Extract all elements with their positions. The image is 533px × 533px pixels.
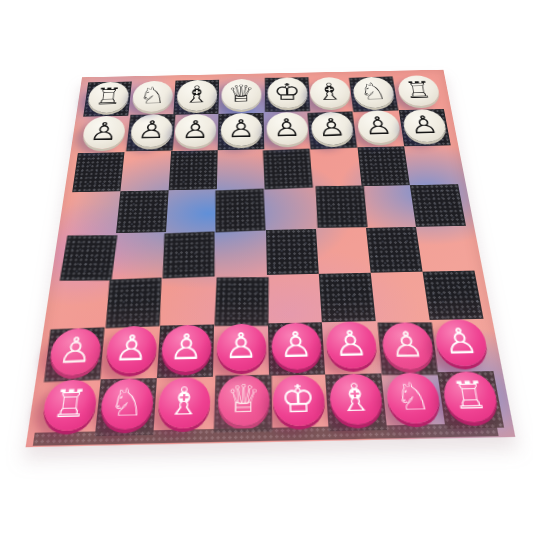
square-g6[interactable] bbox=[358, 146, 410, 186]
pawn-glyph-icon: ♙ bbox=[56, 332, 93, 369]
photo-background: ♖♘♗♕♔♗♘♖♙♙♙♙♙♙♙♙♙♙♙♙♙♙♙♙♖♘♗♕♔♗♘♖ bbox=[0, 0, 533, 533]
rook-glyph-icon: ♖ bbox=[50, 384, 90, 423]
square-h5[interactable] bbox=[410, 184, 466, 227]
piece-white-disc-queen[interactable]: ♕ bbox=[221, 78, 261, 109]
square-d4[interactable] bbox=[215, 230, 267, 276]
square-b8[interactable]: ♘ bbox=[128, 81, 175, 116]
square-e2[interactable]: ♙ bbox=[268, 322, 325, 375]
square-b3[interactable] bbox=[106, 278, 162, 329]
square-d1[interactable]: ♕ bbox=[214, 375, 272, 432]
square-f1[interactable]: ♗ bbox=[325, 373, 387, 431]
square-c6[interactable] bbox=[169, 150, 218, 190]
piece-white-disc-bishop[interactable]: ♗ bbox=[309, 77, 351, 108]
square-e6[interactable] bbox=[263, 149, 313, 190]
square-c8[interactable]: ♗ bbox=[173, 80, 219, 115]
square-e8[interactable]: ♔ bbox=[265, 77, 310, 112]
pawn-glyph-icon: ♙ bbox=[113, 330, 149, 366]
square-b2[interactable]: ♙ bbox=[101, 326, 160, 380]
rook-glyph-icon: ♖ bbox=[93, 84, 123, 108]
pawn-glyph-icon: ♙ bbox=[363, 113, 394, 138]
square-d5[interactable] bbox=[215, 189, 265, 233]
square-a5[interactable] bbox=[66, 191, 120, 234]
bishop-glyph-icon: ♗ bbox=[315, 80, 344, 104]
square-f5[interactable] bbox=[316, 186, 368, 228]
square-d7[interactable]: ♙ bbox=[218, 113, 265, 150]
piece-pink-disc-queen[interactable]: ♕ bbox=[217, 374, 269, 425]
king-glyph-icon: ♔ bbox=[273, 80, 301, 103]
piece-pink-disc-knight[interactable]: ♘ bbox=[384, 372, 442, 424]
square-b1[interactable]: ♘ bbox=[95, 378, 157, 436]
square-c2[interactable]: ♙ bbox=[157, 324, 214, 378]
square-f8[interactable]: ♗ bbox=[306, 77, 353, 112]
piece-pink-disc-bishop[interactable]: ♗ bbox=[157, 376, 211, 428]
square-a6[interactable] bbox=[72, 152, 124, 192]
square-c7[interactable]: ♙ bbox=[171, 114, 218, 151]
square-e7[interactable]: ♙ bbox=[264, 112, 311, 149]
square-d2[interactable]: ♙ bbox=[213, 323, 269, 377]
queen-glyph-icon: ♕ bbox=[225, 379, 260, 418]
square-f2[interactable]: ♙ bbox=[322, 321, 381, 374]
piece-white-disc-knight[interactable]: ♘ bbox=[131, 80, 173, 111]
piece-pink-disc-pawn[interactable]: ♙ bbox=[432, 318, 489, 366]
piece-pink-disc-rook[interactable]: ♖ bbox=[440, 371, 500, 423]
piece-pink-disc-knight[interactable]: ♘ bbox=[98, 378, 154, 430]
piece-white-disc-pawn[interactable]: ♙ bbox=[220, 113, 262, 147]
rook-glyph-icon: ♖ bbox=[449, 376, 490, 415]
piece-pink-disc-pawn[interactable]: ♙ bbox=[271, 322, 322, 370]
pawn-glyph-icon: ♙ bbox=[181, 117, 210, 142]
bishop-glyph-icon: ♗ bbox=[165, 381, 201, 420]
piece-pink-disc-bishop[interactable]: ♗ bbox=[328, 373, 384, 425]
square-c4[interactable] bbox=[163, 231, 215, 278]
pawn-glyph-icon: ♙ bbox=[227, 116, 255, 141]
pawn-glyph-icon: ♙ bbox=[224, 328, 258, 364]
square-c5[interactable] bbox=[166, 189, 217, 232]
piece-pink-disc-rook[interactable]: ♖ bbox=[40, 379, 98, 431]
square-a7[interactable]: ♙ bbox=[78, 116, 128, 153]
square-a1[interactable]: ♖ bbox=[36, 379, 100, 437]
piece-pink-disc-king[interactable]: ♔ bbox=[272, 374, 326, 426]
piece-white-disc-rook[interactable]: ♖ bbox=[396, 75, 441, 106]
pawn-glyph-icon: ♙ bbox=[88, 119, 119, 144]
piece-white-disc-pawn[interactable]: ♙ bbox=[401, 109, 448, 142]
piece-pink-disc-pawn[interactable]: ♙ bbox=[47, 327, 101, 376]
bishop-glyph-icon: ♗ bbox=[183, 82, 211, 106]
square-h2[interactable]: ♙ bbox=[430, 319, 494, 372]
bishop-glyph-icon: ♗ bbox=[336, 378, 374, 417]
square-h8[interactable]: ♖ bbox=[394, 75, 444, 110]
knight-glyph-icon: ♘ bbox=[358, 79, 388, 103]
piece-white-disc-pawn[interactable]: ♙ bbox=[310, 111, 355, 145]
piece-pink-disc-pawn[interactable]: ♙ bbox=[216, 323, 266, 371]
square-g7[interactable]: ♙ bbox=[354, 110, 404, 147]
square-e4[interactable] bbox=[266, 229, 319, 275]
square-d8[interactable]: ♕ bbox=[218, 79, 263, 114]
piece-white-disc-pawn[interactable]: ♙ bbox=[356, 110, 401, 143]
square-c3[interactable] bbox=[160, 276, 215, 326]
pawn-glyph-icon: ♙ bbox=[316, 114, 347, 140]
square-b5[interactable] bbox=[116, 190, 169, 233]
pawn-glyph-icon: ♙ bbox=[408, 112, 440, 137]
square-b6[interactable] bbox=[120, 151, 171, 191]
square-b7[interactable]: ♙ bbox=[126, 114, 175, 151]
piece-white-disc-king[interactable]: ♔ bbox=[267, 77, 308, 108]
square-f3[interactable] bbox=[319, 273, 376, 322]
knight-glyph-icon: ♘ bbox=[393, 377, 433, 416]
square-d3[interactable] bbox=[214, 277, 268, 326]
rook-glyph-icon: ♖ bbox=[403, 78, 434, 102]
piece-white-disc-pawn[interactable]: ♙ bbox=[129, 114, 173, 147]
piece-white-disc-knight[interactable]: ♘ bbox=[351, 76, 395, 108]
piece-white-disc-pawn[interactable]: ♙ bbox=[266, 112, 309, 145]
square-h6[interactable] bbox=[404, 145, 458, 185]
square-c1[interactable]: ♗ bbox=[153, 377, 213, 435]
queen-glyph-icon: ♕ bbox=[227, 82, 254, 106]
pawn-glyph-icon: ♙ bbox=[441, 323, 480, 359]
piece-pink-disc-pawn[interactable]: ♙ bbox=[325, 321, 378, 369]
chess-board: ♖♘♗♕♔♗♘♖♙♙♙♙♙♙♙♙♙♙♙♙♙♙♙♙♖♘♗♕♔♗♘♖ bbox=[26, 70, 516, 447]
pawn-glyph-icon: ♙ bbox=[333, 325, 369, 361]
square-a8[interactable]: ♖ bbox=[83, 81, 132, 116]
square-h7[interactable]: ♙ bbox=[399, 109, 451, 146]
square-a4[interactable] bbox=[60, 235, 118, 280]
square-g4[interactable] bbox=[366, 227, 423, 273]
piece-white-disc-rook[interactable]: ♖ bbox=[86, 81, 130, 113]
square-a3[interactable] bbox=[52, 278, 111, 328]
piece-white-disc-pawn[interactable]: ♙ bbox=[81, 115, 126, 149]
square-e1[interactable]: ♔ bbox=[269, 375, 329, 433]
pawn-glyph-icon: ♙ bbox=[169, 329, 204, 365]
board-perspective-wrapper: ♖♘♗♕♔♗♘♖♙♙♙♙♙♙♙♙♙♙♙♙♙♙♙♙♖♘♗♕♔♗♘♖ bbox=[54, 18, 479, 443]
square-f7[interactable]: ♙ bbox=[307, 111, 357, 149]
square-f6[interactable] bbox=[311, 147, 362, 187]
knight-glyph-icon: ♘ bbox=[138, 83, 167, 107]
piece-pink-disc-pawn[interactable]: ♙ bbox=[104, 325, 157, 373]
square-e3[interactable] bbox=[267, 274, 322, 324]
pawn-glyph-icon: ♙ bbox=[136, 117, 166, 142]
square-h4[interactable] bbox=[416, 226, 474, 272]
square-b4[interactable] bbox=[111, 232, 166, 278]
square-g2[interactable]: ♙ bbox=[378, 322, 439, 375]
king-glyph-icon: ♔ bbox=[280, 379, 316, 418]
knight-glyph-icon: ♘ bbox=[108, 383, 146, 422]
square-a2[interactable]: ♙ bbox=[44, 327, 105, 382]
square-f4[interactable] bbox=[316, 228, 371, 274]
pawn-glyph-icon: ♙ bbox=[279, 326, 314, 362]
square-g1[interactable]: ♘ bbox=[381, 372, 445, 430]
pawn-glyph-icon: ♙ bbox=[389, 327, 426, 362]
piece-pink-disc-pawn[interactable]: ♙ bbox=[160, 324, 211, 372]
square-h1[interactable]: ♖ bbox=[437, 371, 504, 429]
square-g3[interactable] bbox=[371, 272, 430, 321]
square-g5[interactable] bbox=[362, 185, 416, 228]
square-e5[interactable] bbox=[265, 187, 316, 230]
pawn-glyph-icon: ♙ bbox=[272, 115, 301, 140]
square-h3[interactable] bbox=[423, 271, 484, 320]
piece-white-disc-bishop[interactable]: ♗ bbox=[176, 79, 217, 110]
piece-pink-disc-pawn[interactable]: ♙ bbox=[380, 322, 434, 369]
square-d6[interactable] bbox=[217, 149, 265, 189]
piece-white-disc-pawn[interactable]: ♙ bbox=[174, 113, 217, 147]
square-g8[interactable]: ♘ bbox=[349, 76, 398, 112]
